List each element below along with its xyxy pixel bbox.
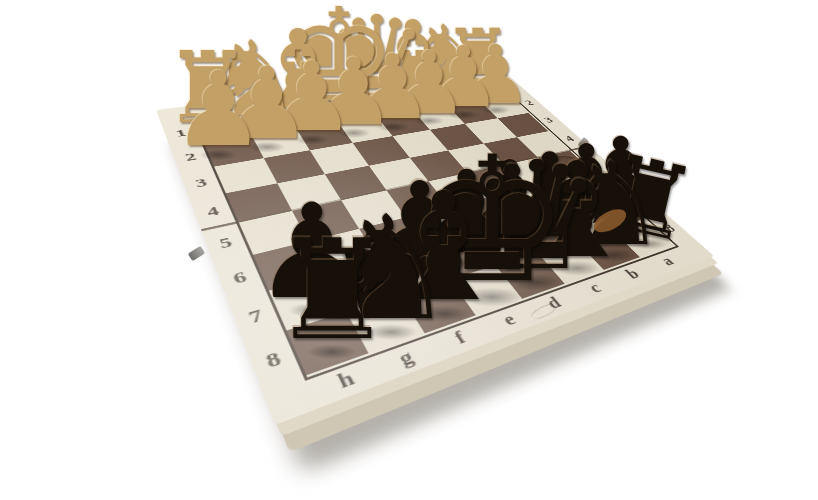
pieces-layer: ♜♞♝♛♟♚♟♝♟♞♟♜♟♟♟♟♟♟♟♜♟♞♟♝♟♛♟♚♟♝♞♜ bbox=[0, 0, 818, 500]
piece-glyph: ♜ bbox=[270, 222, 394, 360]
product-photo-canvas: 11h22g33f44e55d66c77b88a ♜♞♝♛♟♚♟♝♟♞♟♜♟♟♟… bbox=[0, 0, 818, 500]
piece-glyph: ♟ bbox=[172, 58, 265, 161]
